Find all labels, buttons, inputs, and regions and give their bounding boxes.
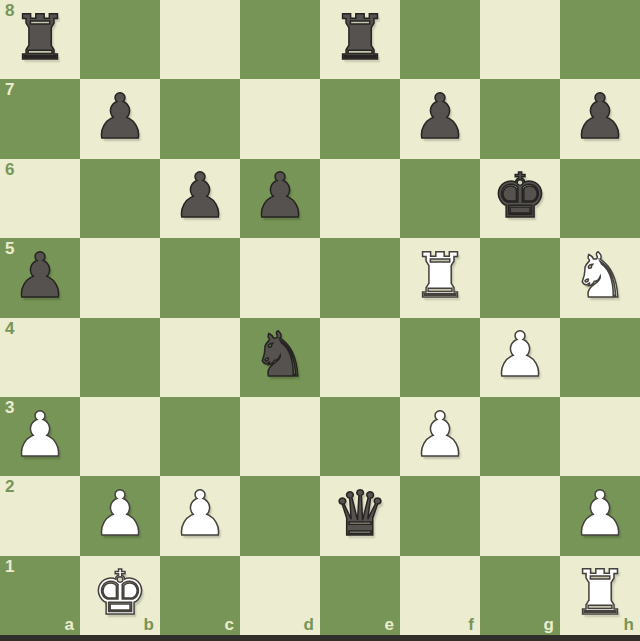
square-f4[interactable] <box>400 318 480 397</box>
square-e1[interactable]: e <box>320 556 400 635</box>
square-c6[interactable]: ♟ <box>160 159 240 238</box>
square-b8[interactable] <box>80 0 160 79</box>
square-a3[interactable]: 3♟ <box>0 397 80 476</box>
white-pawn[interactable]: ♟ <box>480 318 560 397</box>
square-c2[interactable]: ♟ <box>160 476 240 555</box>
black-pawn[interactable]: ♟ <box>0 238 80 317</box>
square-b7[interactable]: ♟ <box>80 79 160 158</box>
rank-label-2: 2 <box>5 478 14 495</box>
square-g4[interactable]: ♟ <box>480 318 560 397</box>
white-pawn[interactable]: ♟ <box>160 476 240 555</box>
square-f5[interactable]: ♜ <box>400 238 480 317</box>
square-e7[interactable] <box>320 79 400 158</box>
file-label-c: c <box>225 616 234 633</box>
square-c3[interactable] <box>160 397 240 476</box>
square-h3[interactable] <box>560 397 640 476</box>
white-king[interactable]: ♚ <box>80 556 160 635</box>
square-e5[interactable] <box>320 238 400 317</box>
square-g2[interactable] <box>480 476 560 555</box>
square-a1[interactable]: 1a <box>0 556 80 635</box>
black-king[interactable]: ♚ <box>480 159 560 238</box>
square-d3[interactable] <box>240 397 320 476</box>
file-label-e: e <box>385 616 394 633</box>
square-b3[interactable] <box>80 397 160 476</box>
square-a8[interactable]: 8♜ <box>0 0 80 79</box>
square-a5[interactable]: 5♟ <box>0 238 80 317</box>
square-b6[interactable] <box>80 159 160 238</box>
square-a4[interactable]: 4 <box>0 318 80 397</box>
rank-label-6: 6 <box>5 161 14 178</box>
square-e8[interactable]: ♜ <box>320 0 400 79</box>
square-e3[interactable] <box>320 397 400 476</box>
square-a6[interactable]: 6 <box>0 159 80 238</box>
square-b1[interactable]: b♚ <box>80 556 160 635</box>
square-b5[interactable] <box>80 238 160 317</box>
square-f3[interactable]: ♟ <box>400 397 480 476</box>
white-pawn[interactable]: ♟ <box>400 397 480 476</box>
chess-board: 8♜♜7♟♟♟6♟♟♚5♟♜♞4♞♟3♟♟2♟♟♛♟1ab♚cdefgh♜ <box>0 0 640 641</box>
square-d2[interactable] <box>240 476 320 555</box>
black-pawn[interactable]: ♟ <box>240 159 320 238</box>
white-knight[interactable]: ♞ <box>560 238 640 317</box>
square-g7[interactable] <box>480 79 560 158</box>
square-g5[interactable] <box>480 238 560 317</box>
square-a7[interactable]: 7 <box>0 79 80 158</box>
square-b4[interactable] <box>80 318 160 397</box>
white-pawn[interactable]: ♟ <box>80 476 160 555</box>
black-rook[interactable]: ♜ <box>0 0 80 79</box>
square-f2[interactable] <box>400 476 480 555</box>
square-g3[interactable] <box>480 397 560 476</box>
file-label-d: d <box>304 616 314 633</box>
square-a2[interactable]: 2 <box>0 476 80 555</box>
black-rook[interactable]: ♜ <box>320 0 400 79</box>
white-rook[interactable]: ♜ <box>400 238 480 317</box>
rank-label-4: 4 <box>5 320 14 337</box>
square-g6[interactable]: ♚ <box>480 159 560 238</box>
black-queen[interactable]: ♛ <box>320 476 400 555</box>
square-c7[interactable] <box>160 79 240 158</box>
black-pawn[interactable]: ♟ <box>400 79 480 158</box>
square-e6[interactable] <box>320 159 400 238</box>
square-f8[interactable] <box>400 0 480 79</box>
square-h1[interactable]: h♜ <box>560 556 640 635</box>
square-h2[interactable]: ♟ <box>560 476 640 555</box>
square-c5[interactable] <box>160 238 240 317</box>
square-c4[interactable] <box>160 318 240 397</box>
square-e4[interactable] <box>320 318 400 397</box>
black-pawn[interactable]: ♟ <box>160 159 240 238</box>
square-h5[interactable]: ♞ <box>560 238 640 317</box>
square-g1[interactable]: g <box>480 556 560 635</box>
square-g8[interactable] <box>480 0 560 79</box>
rank-label-1: 1 <box>5 558 14 575</box>
white-pawn[interactable]: ♟ <box>0 397 80 476</box>
square-b2[interactable]: ♟ <box>80 476 160 555</box>
file-label-g: g <box>544 616 554 633</box>
square-e2[interactable]: ♛ <box>320 476 400 555</box>
square-h6[interactable] <box>560 159 640 238</box>
square-h4[interactable] <box>560 318 640 397</box>
square-d4[interactable]: ♞ <box>240 318 320 397</box>
square-d5[interactable] <box>240 238 320 317</box>
square-d1[interactable]: d <box>240 556 320 635</box>
black-pawn[interactable]: ♟ <box>560 79 640 158</box>
square-h7[interactable]: ♟ <box>560 79 640 158</box>
board-bottom-edge <box>0 635 640 641</box>
square-c8[interactable] <box>160 0 240 79</box>
white-rook[interactable]: ♜ <box>560 556 640 635</box>
file-label-a: a <box>65 616 74 633</box>
black-knight[interactable]: ♞ <box>240 318 320 397</box>
black-pawn[interactable]: ♟ <box>80 79 160 158</box>
file-label-f: f <box>468 616 474 633</box>
square-d7[interactable] <box>240 79 320 158</box>
square-f1[interactable]: f <box>400 556 480 635</box>
square-h8[interactable] <box>560 0 640 79</box>
board-grid: 8♜♜7♟♟♟6♟♟♚5♟♜♞4♞♟3♟♟2♟♟♛♟1ab♚cdefgh♜ <box>0 0 640 635</box>
square-f7[interactable]: ♟ <box>400 79 480 158</box>
rank-label-7: 7 <box>5 81 14 98</box>
square-c1[interactable]: c <box>160 556 240 635</box>
square-d6[interactable]: ♟ <box>240 159 320 238</box>
white-pawn[interactable]: ♟ <box>560 476 640 555</box>
square-d8[interactable] <box>240 0 320 79</box>
square-f6[interactable] <box>400 159 480 238</box>
